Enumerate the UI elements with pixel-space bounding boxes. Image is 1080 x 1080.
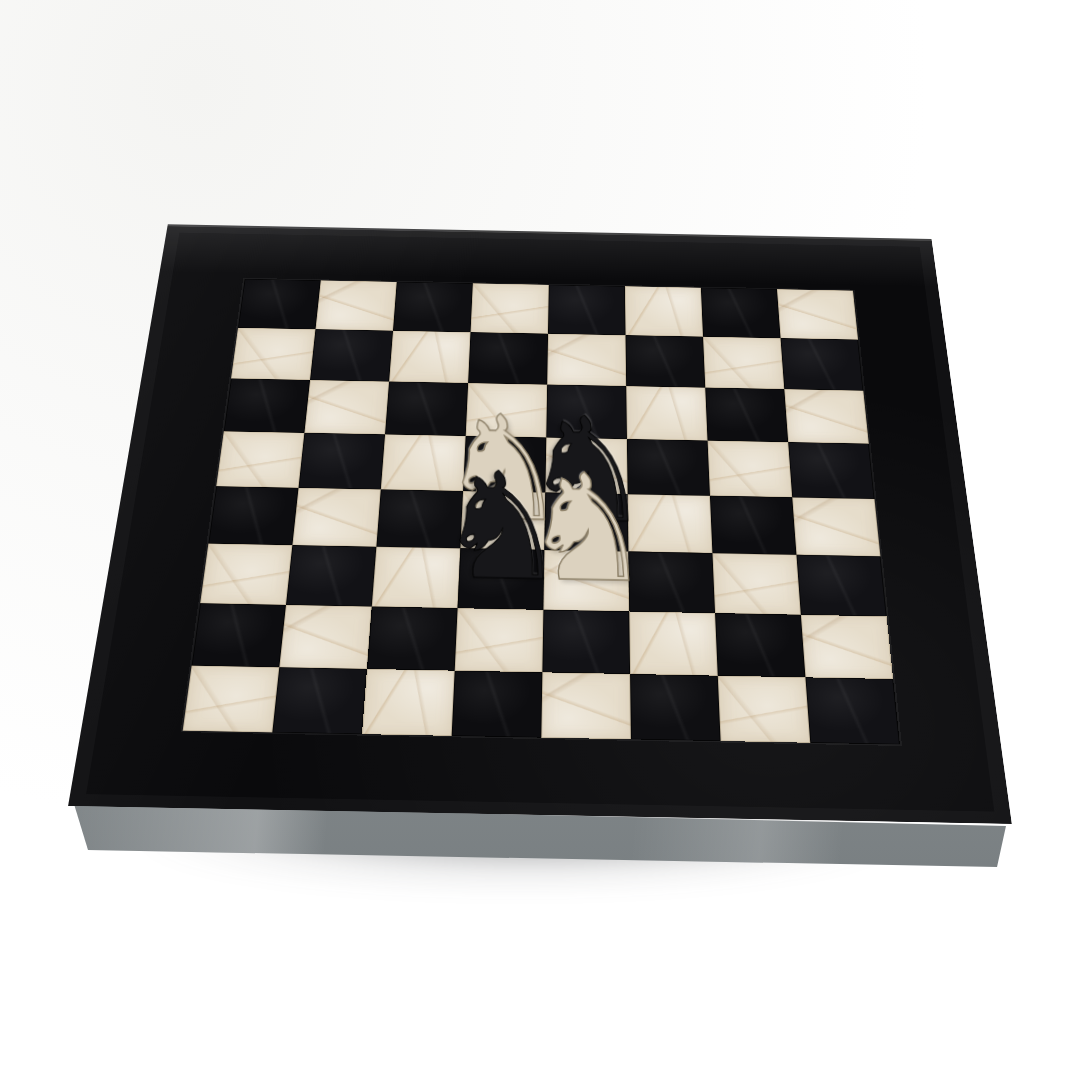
square-g6 xyxy=(705,388,788,443)
square-h2 xyxy=(801,615,893,679)
square-g1 xyxy=(718,676,810,743)
square-c8 xyxy=(393,282,473,332)
square-d7 xyxy=(468,332,548,384)
square-g5 xyxy=(708,441,793,498)
square-g8 xyxy=(701,288,781,338)
square-d8 xyxy=(471,283,549,333)
square-a1 xyxy=(183,666,280,733)
square-c7 xyxy=(389,331,470,383)
square-g4 xyxy=(710,496,797,555)
square-b6 xyxy=(304,380,389,434)
square-g2 xyxy=(715,613,805,677)
square-a5 xyxy=(216,431,304,488)
square-c1 xyxy=(362,669,455,736)
square-b5 xyxy=(299,433,386,490)
square-b1 xyxy=(272,667,367,734)
square-h1 xyxy=(805,677,899,744)
square-b7 xyxy=(310,329,393,381)
square-g7 xyxy=(703,337,784,389)
perspective-wrapper: ♞♞♞♞♞♞♞♞ xyxy=(0,0,1080,1080)
square-f7 xyxy=(626,335,706,387)
square-e2 xyxy=(542,610,630,674)
square-a2 xyxy=(192,603,286,667)
square-d2 xyxy=(455,608,544,672)
square-d1 xyxy=(452,671,543,738)
square-h6 xyxy=(784,389,869,444)
square-c2 xyxy=(367,607,458,671)
board-grid: ♞♞♞♞♞♞♞♞ xyxy=(183,279,900,745)
square-h5 xyxy=(788,442,874,499)
chess-board: ♞♞♞♞♞♞♞♞ xyxy=(68,224,1012,824)
square-e3: ♞♞ xyxy=(543,550,629,612)
square-b4 xyxy=(292,488,380,547)
photo-scene: ♞♞♞♞♞♞♞♞ xyxy=(0,0,1080,1080)
square-h7 xyxy=(781,338,864,390)
square-f8 xyxy=(625,286,703,336)
square-b2 xyxy=(279,605,371,669)
square-h8 xyxy=(777,289,858,340)
square-f2 xyxy=(629,611,718,675)
square-a7 xyxy=(231,328,315,380)
white-knight-e3: ♞ xyxy=(520,453,655,602)
square-e7 xyxy=(547,334,626,386)
square-h4 xyxy=(792,497,880,556)
square-a8 xyxy=(238,279,321,329)
square-f1 xyxy=(630,674,721,741)
